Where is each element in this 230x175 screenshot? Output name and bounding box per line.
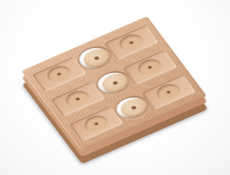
well-center-hole xyxy=(129,41,134,45)
treat-well xyxy=(81,113,112,135)
puzzle-board xyxy=(21,16,207,151)
disc-center-hole xyxy=(112,81,118,86)
treat-well xyxy=(153,81,184,104)
disc-center-hole xyxy=(131,106,137,111)
well-center-hole xyxy=(57,72,62,76)
well-center-hole xyxy=(75,97,80,101)
treat-well xyxy=(134,56,165,79)
treat-well xyxy=(44,63,75,86)
product-photo-stage xyxy=(0,0,230,175)
well-center-hole xyxy=(166,90,171,94)
well-center-hole xyxy=(94,122,99,126)
disc-center-hole xyxy=(94,56,100,61)
well-center-hole xyxy=(147,66,152,70)
treat-well xyxy=(116,31,147,54)
